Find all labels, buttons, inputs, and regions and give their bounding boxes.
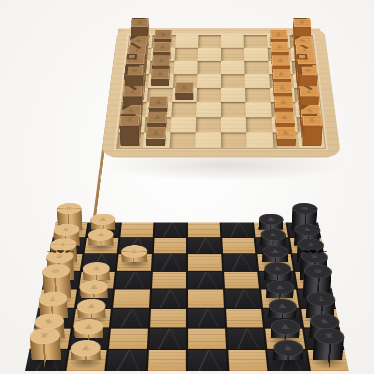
piece-black-rook[interactable]: ♜ bbox=[312, 352, 345, 369]
square[interactable] bbox=[188, 271, 222, 288]
piece-glyph: ♝ bbox=[297, 238, 326, 250]
square[interactable] bbox=[224, 271, 259, 288]
square[interactable] bbox=[111, 309, 148, 328]
square[interactable] bbox=[109, 329, 148, 349]
bottom-set-perspective: ♜♞♝♛♚♝♞♜♟♟♟♟♟♟♟♟♟♟♟♟♟♟♟♟♜♞♝♛♚♝♞♜ bbox=[0, 0, 374, 374]
square[interactable] bbox=[223, 254, 257, 270]
square[interactable] bbox=[153, 238, 186, 253]
square[interactable] bbox=[188, 254, 222, 270]
piece-glyph: ♟ bbox=[258, 214, 284, 225]
square[interactable] bbox=[188, 350, 227, 371]
square[interactable] bbox=[188, 223, 220, 238]
piece-white-pawn[interactable]: ♟ bbox=[121, 256, 148, 269]
piece-white-pawn[interactable]: ♟ bbox=[70, 352, 102, 369]
square[interactable] bbox=[147, 350, 186, 371]
piece-glyph: ♜ bbox=[292, 203, 319, 214]
square[interactable] bbox=[120, 223, 153, 238]
square[interactable] bbox=[225, 290, 261, 308]
square[interactable] bbox=[221, 223, 254, 238]
square[interactable] bbox=[154, 223, 186, 238]
piece-top-face: ♟ bbox=[270, 319, 301, 335]
square[interactable] bbox=[188, 238, 221, 253]
square[interactable] bbox=[222, 238, 256, 253]
square[interactable] bbox=[188, 290, 223, 308]
square[interactable] bbox=[188, 309, 224, 328]
piece-top-face: ♚ bbox=[303, 264, 333, 278]
piece-black-pawn[interactable]: ♟ bbox=[272, 352, 304, 369]
piece-top-face: ♞ bbox=[309, 314, 341, 329]
piece-white-rook[interactable]: ♜ bbox=[30, 352, 63, 369]
square[interactable] bbox=[152, 254, 186, 270]
square[interactable] bbox=[188, 329, 225, 349]
piece-top-face: ♜ bbox=[292, 203, 319, 214]
piece-top-face: ♟ bbox=[258, 214, 284, 225]
piece-glyph: ♟ bbox=[270, 319, 301, 335]
square[interactable] bbox=[151, 290, 186, 308]
piece-top-face: ♟ bbox=[261, 245, 289, 258]
square[interactable] bbox=[226, 309, 263, 328]
piece-glyph: ♟ bbox=[261, 245, 289, 258]
piece-top-face: ♝ bbox=[297, 238, 326, 250]
square[interactable] bbox=[113, 290, 149, 308]
square[interactable] bbox=[150, 309, 186, 328]
cylinder-chess-set: ♜♞♝♛♚♝♞♜♟♟♟♟♟♟♟♟♟♟♟♟♟♟♟♟♜♞♝♛♚♝♞♜ bbox=[25, 223, 349, 372]
square[interactable] bbox=[152, 271, 186, 288]
piece-glyph: ♚ bbox=[303, 264, 333, 278]
render-canvas: ♜♞♝♛♚♝♞♜♟♟♟♟♟♟♟♟♟♟♟♟♟♟♟♟♜♞♝♛♚♝♞♜ ♜♞♝♛♚♝♞… bbox=[0, 0, 374, 374]
square[interactable] bbox=[228, 350, 268, 371]
square[interactable] bbox=[227, 329, 266, 349]
piece-top-face: ♟ bbox=[265, 280, 294, 294]
square[interactable] bbox=[107, 350, 147, 371]
square[interactable] bbox=[148, 329, 185, 349]
piece-glyph: ♟ bbox=[265, 280, 294, 294]
piece-glyph: ♞ bbox=[309, 314, 341, 329]
piece-white-pawn[interactable]: ♟ bbox=[88, 240, 115, 252]
